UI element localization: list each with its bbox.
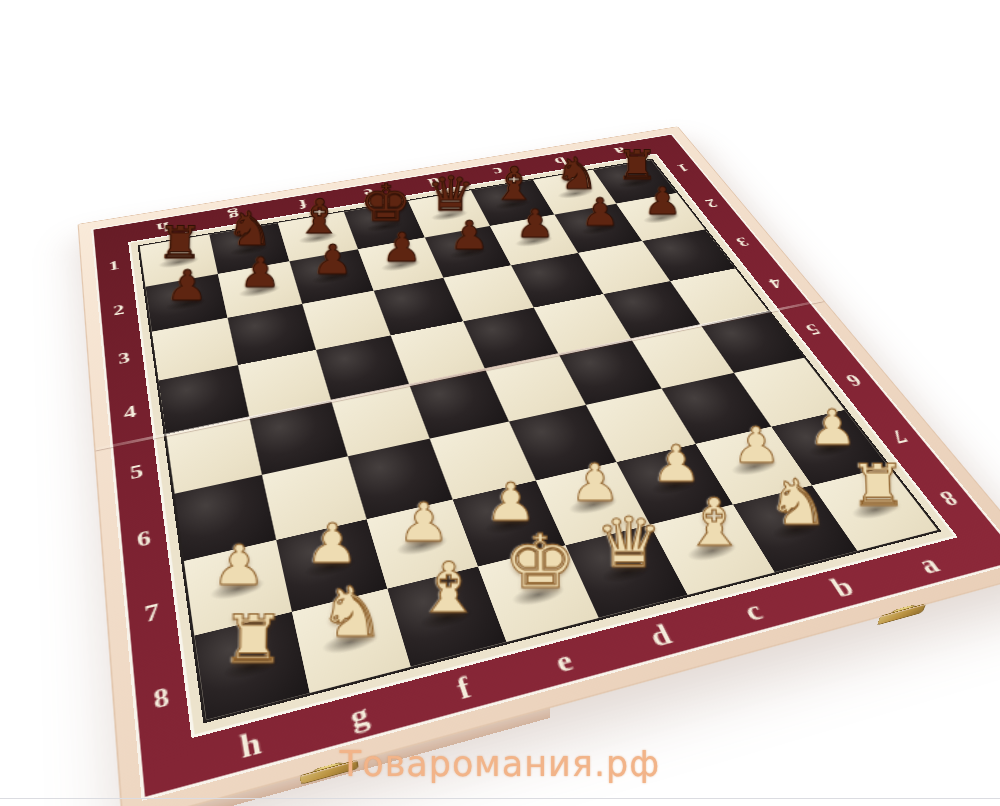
- piece-cream-pawn-b7: ♟: [714, 421, 798, 471]
- square-h2: ♟: [146, 274, 228, 331]
- piece-brown-pawn-f2: ♟: [298, 240, 368, 281]
- piece-brown-pawn-d2: ♟: [436, 216, 503, 256]
- piece-cream-rook-a8: ♜: [834, 457, 922, 515]
- clasp-base: [877, 604, 925, 624]
- piece-cream-pawn-a7: ♟: [791, 404, 874, 453]
- square-g8: ♞: [292, 589, 410, 693]
- rank-left-label-3: 3: [103, 330, 146, 388]
- piece-brown-pawn-c2: ♟: [503, 205, 570, 244]
- piece-brown-pawn-e2: ♟: [368, 228, 436, 268]
- clasp-icon-right: [876, 601, 926, 627]
- board-margin: ♜♞♝♚♛♝♞♜♟♟♟♟♟♟♟♟♟♟♟♟♟♟♟♟♜♞♝♚♛♝♞♜: [128, 153, 958, 738]
- coordinate-border: hgfedcba hgfedcba 12345678 12345678 ♜♞♝♚…: [91, 134, 1000, 801]
- square-h8: ♜: [194, 611, 310, 719]
- piece-cream-rook-h8: ♜: [204, 606, 303, 673]
- piece-cream-pawn-h7: ♟: [193, 539, 286, 595]
- piece-cream-pawn-c7: ♟: [635, 439, 720, 490]
- wood-frame: hgfedcba hgfedcba 12345678 12345678 ♜♞♝♚…: [79, 127, 1000, 806]
- square-f8: ♝: [387, 566, 506, 666]
- clasp-hook: [890, 605, 914, 618]
- piece-cream-pawn-f7: ♟: [379, 497, 468, 551]
- piece-brown-pawn-b2: ♟: [567, 194, 633, 232]
- rank-left-label-2: 2: [99, 284, 139, 337]
- piece-cream-king-e8: ♚: [494, 525, 587, 600]
- piece-brown-pawn-h2: ♟: [151, 265, 223, 307]
- rank-left-label-1: 1: [95, 242, 133, 290]
- page-bottom-hairline: [0, 798, 1000, 799]
- piece-cream-queen-d8: ♛: [584, 508, 675, 577]
- product-photo-stage: hgfedcba hgfedcba 12345678 12345678 ♜♞♝♚…: [0, 0, 1000, 806]
- piece-cream-knight-b8: ♞: [753, 472, 842, 535]
- square-h3: [152, 317, 238, 380]
- piece-cream-bishop-c8: ♝: [670, 491, 760, 557]
- square-g2: ♟: [218, 262, 301, 318]
- piece-brown-pawn-g2: ♟: [226, 252, 297, 293]
- piece-cream-bishop-f8: ♝: [401, 554, 495, 624]
- watermark-text: Товаромания.рф: [0, 744, 1000, 784]
- piece-cream-pawn-g7: ♟: [287, 517, 378, 572]
- piece-cream-knight-g8: ♞: [304, 578, 401, 648]
- square-c5: [559, 339, 661, 405]
- chess-box-scene: hgfedcba hgfedcba 12345678 12345678 ♜♞♝♚…: [79, 127, 1000, 806]
